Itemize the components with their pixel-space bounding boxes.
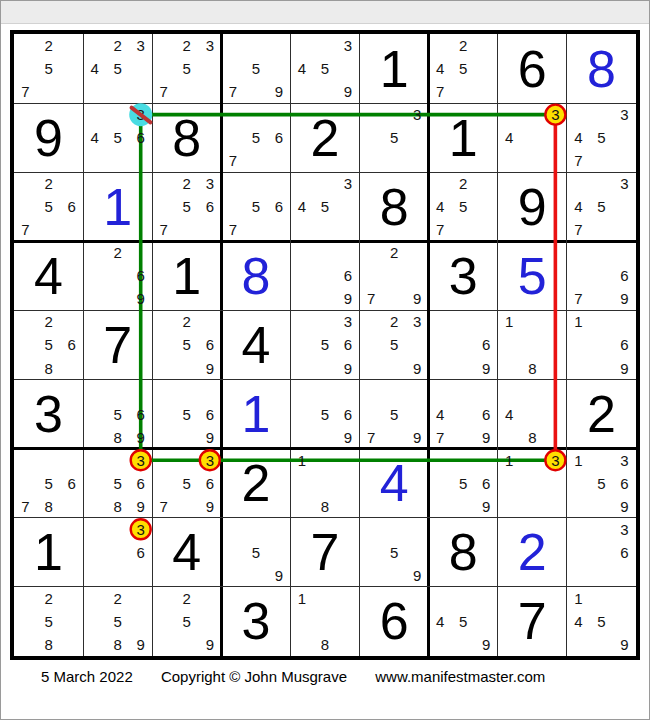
candidate-4: 4 <box>567 126 590 149</box>
candidate-2: 2 <box>37 310 60 333</box>
solved-digit: 4 <box>380 457 409 509</box>
candidate-grid: 48 <box>498 380 567 449</box>
candidate-5: 5 <box>175 333 198 356</box>
candidate-grid: 18 <box>290 587 359 656</box>
candidate-7: 7 <box>152 495 175 518</box>
cell-r1c8[interactable]: 6 <box>498 34 567 103</box>
candidate-5: 5 <box>106 57 129 80</box>
candidate-5: 5 <box>590 472 613 495</box>
cell-r2c7[interactable]: 1 <box>429 103 498 172</box>
candidate-4: 4 <box>83 57 106 80</box>
cell-r6c3[interactable]: 569 <box>152 380 221 449</box>
candidate-5: 5 <box>452 57 475 80</box>
given-digit: 2 <box>241 457 270 509</box>
cell-r7c7[interactable]: 569 <box>429 449 498 518</box>
candidate-9: 9 <box>406 287 429 310</box>
candidate-6: 6 <box>198 195 221 218</box>
given-digit: 7 <box>518 595 547 647</box>
cell-r8c7[interactable]: 8 <box>429 518 498 587</box>
given-digit: 8 <box>380 181 409 233</box>
given-digit: 8 <box>172 112 201 164</box>
candidate-6: 6 <box>60 472 83 495</box>
candidate-2: 2 <box>106 34 129 57</box>
cell-r5c9[interactable]: 169 <box>567 310 636 379</box>
candidate-grid: 2359 <box>360 310 429 379</box>
candidate-5: 5 <box>175 472 198 495</box>
candidate-9: 9 <box>475 495 498 518</box>
candidate-3: 3 <box>613 172 636 195</box>
cell-r3c5[interactable]: 345 <box>290 172 359 241</box>
candidate-2: 2 <box>37 34 60 57</box>
cell-grid: 2572345235757934591245768934568567235134… <box>14 34 636 656</box>
candidate-6: 6 <box>475 333 498 356</box>
candidate-4: 4 <box>429 403 452 426</box>
candidate-9: 9 <box>129 287 152 310</box>
candidate-grid: 3457 <box>567 172 636 241</box>
candidate-9: 9 <box>475 633 498 656</box>
page: 2572345235757934591245768934568567235134… <box>0 0 650 720</box>
given-digit: 9 <box>34 112 63 164</box>
cell-r9c4[interactable]: 3 <box>221 587 290 656</box>
cell-r8c5[interactable]: 7 <box>290 518 359 587</box>
candidate-grid: 3569 <box>290 310 359 379</box>
candidate-5: 5 <box>37 610 60 633</box>
cell-r4c5[interactable]: 69 <box>290 241 359 310</box>
solved-digit: 8 <box>241 250 270 302</box>
cell-r2c6[interactable]: 35 <box>360 103 429 172</box>
candidate-grid: 2345 <box>83 34 152 103</box>
cell-r1c2[interactable]: 2345 <box>83 34 152 103</box>
candidate-3: 3 <box>198 34 221 57</box>
candidate-5: 5 <box>383 403 406 426</box>
cell-r4c4[interactable]: 8 <box>221 241 290 310</box>
candidate-7: 7 <box>221 149 244 172</box>
candidate-8: 8 <box>521 426 544 449</box>
candidate-3: 3 <box>337 310 360 333</box>
candidate-grid: 2457 <box>429 172 498 241</box>
candidate-7: 7 <box>152 218 175 241</box>
solved-digit: 5 <box>518 250 547 302</box>
solved-digit: 1 <box>241 388 270 440</box>
candidate-7: 7 <box>360 426 383 449</box>
cell-r2c9[interactable]: 3457 <box>567 103 636 172</box>
candidate-grid: 569 <box>429 449 498 518</box>
footer-website[interactable]: www.manifestmaster.com <box>375 668 545 685</box>
candidate-4: 4 <box>429 57 452 80</box>
candidate-grid: 35 <box>360 103 429 172</box>
cell-r1c5[interactable]: 3459 <box>290 34 359 103</box>
candidate-grid: 69 <box>290 241 359 310</box>
candidate-6: 6 <box>129 472 152 495</box>
candidate-2: 2 <box>383 241 406 264</box>
footer-copyright: Copyright © John Musgrave <box>161 668 347 685</box>
cell-r9c9[interactable]: 1459 <box>567 587 636 656</box>
cell-r7c8[interactable]: 13 <box>498 449 567 518</box>
candidate-9: 9 <box>337 426 360 449</box>
candidate-6: 6 <box>129 126 152 149</box>
candidate-9: 9 <box>129 633 152 656</box>
candidate-5: 5 <box>313 333 336 356</box>
candidate-grid: 257 <box>14 34 83 103</box>
candidate-7: 7 <box>360 287 383 310</box>
cell-r6c2[interactable]: 5689 <box>83 380 152 449</box>
candidate-grid: 35679 <box>152 449 221 518</box>
candidate-2: 2 <box>175 34 198 57</box>
candidate-5: 5 <box>452 610 475 633</box>
candidate-1: 1 <box>567 449 590 472</box>
candidate-grid: 13 <box>498 449 567 518</box>
candidate-5: 5 <box>37 195 60 218</box>
candidate-2: 2 <box>37 172 60 195</box>
cell-r5c5[interactable]: 3569 <box>290 310 359 379</box>
cell-r4c6[interactable]: 279 <box>360 241 429 310</box>
candidate-grid: 3457 <box>567 103 636 172</box>
candidate-grid: 18 <box>498 310 567 379</box>
cell-r2c8[interactable]: 34 <box>498 103 567 172</box>
candidate-2: 2 <box>37 587 60 610</box>
candidate-grid: 579 <box>221 34 290 103</box>
candidate-4: 4 <box>429 610 452 633</box>
candidate-grid: 345 <box>290 172 359 241</box>
cell-r3c3[interactable]: 23567 <box>152 172 221 241</box>
candidate-grid: 59 <box>360 518 429 587</box>
cell-r7c6[interactable]: 4 <box>360 449 429 518</box>
candidate-9: 9 <box>337 287 360 310</box>
candidate-6: 6 <box>337 403 360 426</box>
candidate-6: 6 <box>129 541 152 564</box>
given-digit: 6 <box>518 43 547 95</box>
cell-r7c1[interactable]: 5678 <box>14 449 83 518</box>
candidate-4: 4 <box>290 57 313 80</box>
candidate-9: 9 <box>198 495 221 518</box>
sudoku-board[interactable]: 2572345235757934591245768934568567235134… <box>10 30 640 660</box>
candidate-grid: 35689 <box>83 449 152 518</box>
candidate-grid: 4679 <box>429 380 498 449</box>
candidate-4: 4 <box>498 126 521 149</box>
candidate-7: 7 <box>567 149 590 172</box>
candidate-3: 3 <box>613 518 636 541</box>
candidate-2: 2 <box>106 241 129 264</box>
candidate-3: 3 <box>129 518 152 541</box>
given-digit: 3 <box>34 388 63 440</box>
candidate-9: 9 <box>198 357 221 380</box>
candidate-grid: 23567 <box>152 172 221 241</box>
candidate-grid: 1459 <box>567 587 636 656</box>
candidate-2: 2 <box>106 587 129 610</box>
candidate-8: 8 <box>313 633 336 656</box>
candidate-grid: 36 <box>567 518 636 587</box>
candidate-5: 5 <box>175 57 198 80</box>
cell-r1c9[interactable]: 8 <box>567 34 636 103</box>
cell-r7c4[interactable]: 2 <box>221 449 290 518</box>
candidate-5: 5 <box>175 610 198 633</box>
cell-r6c4[interactable]: 1 <box>221 380 290 449</box>
candidate-grid: 2589 <box>83 587 152 656</box>
cell-r5c2[interactable]: 7 <box>83 310 152 379</box>
candidate-7: 7 <box>221 80 244 103</box>
candidate-5: 5 <box>452 472 475 495</box>
candidate-5: 5 <box>37 333 60 356</box>
candidate-8: 8 <box>37 357 60 380</box>
cell-r9c8[interactable]: 7 <box>498 587 567 656</box>
candidate-6: 6 <box>267 126 290 149</box>
candidate-3: 3 <box>198 172 221 195</box>
candidate-8: 8 <box>37 495 60 518</box>
candidate-9: 9 <box>475 426 498 449</box>
given-digit: 7 <box>103 319 132 371</box>
cell-r6c8[interactable]: 48 <box>498 380 567 449</box>
cell-r9c6[interactable]: 6 <box>360 587 429 656</box>
candidate-2: 2 <box>383 310 406 333</box>
cell-r4c9[interactable]: 679 <box>567 241 636 310</box>
cell-r6c1[interactable]: 3 <box>14 380 83 449</box>
cell-r3c2[interactable]: 1 <box>83 172 152 241</box>
cell-r4c1[interactable]: 4 <box>14 241 83 310</box>
candidate-5: 5 <box>106 472 129 495</box>
candidate-5: 5 <box>452 195 475 218</box>
cell-r7c3[interactable]: 35679 <box>152 449 221 518</box>
cell-r7c2[interactable]: 35689 <box>83 449 152 518</box>
candidate-8: 8 <box>313 495 336 518</box>
candidate-5: 5 <box>590 195 613 218</box>
candidate-grid: 269 <box>83 241 152 310</box>
candidate-3: 3 <box>406 310 429 333</box>
cell-r9c7[interactable]: 459 <box>429 587 498 656</box>
candidate-6: 6 <box>60 333 83 356</box>
cell-r8c2[interactable]: 36 <box>83 518 152 587</box>
candidate-grid: 679 <box>567 241 636 310</box>
candidate-9: 9 <box>406 357 429 380</box>
cell-r4c3[interactable]: 1 <box>152 241 221 310</box>
cell-r8c4[interactable]: 59 <box>221 518 290 587</box>
candidate-4: 4 <box>290 195 313 218</box>
cell-r6c7[interactable]: 4679 <box>429 380 498 449</box>
candidate-5: 5 <box>313 57 336 80</box>
candidate-3: 3 <box>544 449 567 472</box>
candidate-8: 8 <box>521 357 544 380</box>
candidate-1: 1 <box>290 587 313 610</box>
candidate-grid: 18 <box>290 449 359 518</box>
candidate-2: 2 <box>452 172 475 195</box>
candidate-1: 1 <box>498 449 521 472</box>
cell-r5c3[interactable]: 2569 <box>152 310 221 379</box>
given-digit: 4 <box>34 250 63 302</box>
candidate-6: 6 <box>198 472 221 495</box>
candidate-7: 7 <box>429 80 452 103</box>
cell-r8c1[interactable]: 1 <box>14 518 83 587</box>
candidate-6: 6 <box>475 403 498 426</box>
candidate-grid: 567 <box>221 103 290 172</box>
candidate-9: 9 <box>198 426 221 449</box>
candidate-9: 9 <box>613 495 636 518</box>
given-digit: 6 <box>380 595 409 647</box>
candidate-grid: 2567 <box>14 172 83 241</box>
cell-r2c3[interactable]: 8 <box>152 103 221 172</box>
cell-r3c7[interactable]: 2457 <box>429 172 498 241</box>
candidate-3: 3 <box>129 449 152 472</box>
candidate-5: 5 <box>244 126 267 149</box>
candidate-6: 6 <box>198 333 221 356</box>
candidate-8: 8 <box>106 633 129 656</box>
candidate-3: 3 <box>129 34 152 57</box>
candidate-7: 7 <box>567 287 590 310</box>
cell-r4c7[interactable]: 3 <box>429 241 498 310</box>
given-digit: 2 <box>587 388 616 440</box>
candidate-grid: 5678 <box>14 449 83 518</box>
candidate-6: 6 <box>337 333 360 356</box>
candidate-2: 2 <box>175 310 198 333</box>
candidate-5: 5 <box>383 333 406 356</box>
cell-r7c5[interactable]: 18 <box>290 449 359 518</box>
candidate-9: 9 <box>613 633 636 656</box>
candidate-9: 9 <box>475 357 498 380</box>
candidate-5: 5 <box>383 126 406 149</box>
candidate-grid: 258 <box>14 587 83 656</box>
cell-r3c4[interactable]: 567 <box>221 172 290 241</box>
footer: 5 March 2022 Copyright © John Musgrave w… <box>41 668 569 685</box>
candidate-6: 6 <box>198 403 221 426</box>
cell-r5c1[interactable]: 2568 <box>14 310 83 379</box>
candidate-4: 4 <box>83 126 106 149</box>
candidate-grid: 567 <box>221 172 290 241</box>
candidate-grid: 259 <box>152 587 221 656</box>
candidate-6: 6 <box>337 264 360 287</box>
cell-r5c7[interactable]: 69 <box>429 310 498 379</box>
candidate-6: 6 <box>613 264 636 287</box>
cell-r9c2[interactable]: 2589 <box>83 587 152 656</box>
cell-r1c4[interactable]: 579 <box>221 34 290 103</box>
candidate-1: 1 <box>567 587 590 610</box>
candidate-5: 5 <box>313 403 336 426</box>
candidate-5: 5 <box>37 472 60 495</box>
candidate-grid: 459 <box>429 587 498 656</box>
candidate-2: 2 <box>175 587 198 610</box>
given-digit: 3 <box>449 250 478 302</box>
candidate-5: 5 <box>313 195 336 218</box>
candidate-7: 7 <box>152 80 175 103</box>
given-digit: 1 <box>380 43 409 95</box>
candidate-7: 7 <box>14 80 37 103</box>
candidate-1: 1 <box>567 310 590 333</box>
cell-r3c6[interactable]: 8 <box>360 172 429 241</box>
candidate-grid: 3459 <box>290 34 359 103</box>
cell-r1c3[interactable]: 2357 <box>152 34 221 103</box>
given-digit: 1 <box>172 250 201 302</box>
cell-r9c3[interactable]: 259 <box>152 587 221 656</box>
given-digit: 1 <box>34 526 63 578</box>
candidate-2: 2 <box>175 172 198 195</box>
candidate-grid: 36 <box>83 518 152 587</box>
cell-r7c9[interactable]: 13569 <box>567 449 636 518</box>
candidate-5: 5 <box>244 195 267 218</box>
candidate-9: 9 <box>406 426 429 449</box>
candidate-9: 9 <box>613 287 636 310</box>
cell-r3c9[interactable]: 3457 <box>567 172 636 241</box>
cell-r5c4[interactable]: 4 <box>221 310 290 379</box>
cell-r2c4[interactable]: 567 <box>221 103 290 172</box>
candidate-3: 3 <box>198 449 221 472</box>
cell-r8c8[interactable]: 2 <box>498 518 567 587</box>
candidate-grid: 579 <box>360 380 429 449</box>
candidate-3: 3 <box>406 103 429 126</box>
cell-r1c7[interactable]: 2457 <box>429 34 498 103</box>
cell-r5c8[interactable]: 18 <box>498 310 567 379</box>
candidate-6: 6 <box>129 403 152 426</box>
candidate-9: 9 <box>267 80 290 103</box>
cell-r6c5[interactable]: 569 <box>290 380 359 449</box>
cell-r8c9[interactable]: 36 <box>567 518 636 587</box>
candidate-8: 8 <box>106 426 129 449</box>
candidate-5: 5 <box>590 126 613 149</box>
cell-r6c6[interactable]: 579 <box>360 380 429 449</box>
candidate-8: 8 <box>106 495 129 518</box>
given-digit: 1 <box>449 112 478 164</box>
candidate-5: 5 <box>37 57 60 80</box>
cell-r6c9[interactable]: 2 <box>567 380 636 449</box>
cell-r3c1[interactable]: 2567 <box>14 172 83 241</box>
candidate-5: 5 <box>383 541 406 564</box>
cell-r2c5[interactable]: 2 <box>290 103 359 172</box>
candidate-7: 7 <box>14 218 37 241</box>
cell-r5c6[interactable]: 2359 <box>360 310 429 379</box>
candidate-7: 7 <box>567 218 590 241</box>
candidate-7: 7 <box>221 218 244 241</box>
candidate-6: 6 <box>475 472 498 495</box>
candidate-3: 3 <box>613 103 636 126</box>
candidate-2: 2 <box>452 34 475 57</box>
candidate-8: 8 <box>37 633 60 656</box>
candidate-6: 6 <box>613 541 636 564</box>
candidate-9: 9 <box>129 426 152 449</box>
candidate-grid: 69 <box>429 310 498 379</box>
candidate-grid: 2568 <box>14 310 83 379</box>
cell-r9c5[interactable]: 18 <box>290 587 359 656</box>
candidate-9: 9 <box>129 495 152 518</box>
candidate-7: 7 <box>429 218 452 241</box>
candidate-4: 4 <box>567 610 590 633</box>
solved-digit: 1 <box>103 181 132 233</box>
cell-r4c8[interactable]: 5 <box>498 241 567 310</box>
given-digit: 4 <box>172 526 201 578</box>
cell-r1c6[interactable]: 1 <box>360 34 429 103</box>
cell-r1c1[interactable]: 257 <box>14 34 83 103</box>
candidate-5: 5 <box>244 57 267 80</box>
candidate-grid: 569 <box>152 380 221 449</box>
candidate-4: 4 <box>429 195 452 218</box>
candidate-5: 5 <box>106 126 129 149</box>
given-digit: 8 <box>449 526 478 578</box>
cell-r4c2[interactable]: 269 <box>83 241 152 310</box>
candidate-5: 5 <box>175 403 198 426</box>
candidate-9: 9 <box>613 357 636 380</box>
cell-r9c1[interactable]: 258 <box>14 587 83 656</box>
cell-r2c1[interactable]: 9 <box>14 103 83 172</box>
cell-r8c3[interactable]: 4 <box>152 518 221 587</box>
cell-r8c6[interactable]: 59 <box>360 518 429 587</box>
candidate-grid: 59 <box>221 518 290 587</box>
cell-r3c8[interactable]: 9 <box>498 172 567 241</box>
given-digit: 7 <box>311 526 340 578</box>
candidate-1: 1 <box>498 310 521 333</box>
candidate-3: 3 <box>337 172 360 195</box>
candidate-5: 5 <box>106 403 129 426</box>
candidate-5: 5 <box>175 195 198 218</box>
candidate-grid: 2357 <box>152 34 221 103</box>
candidate-9: 9 <box>267 564 290 587</box>
candidate-grid: 34 <box>498 103 567 172</box>
candidate-7: 7 <box>429 426 452 449</box>
candidate-5: 5 <box>244 541 267 564</box>
